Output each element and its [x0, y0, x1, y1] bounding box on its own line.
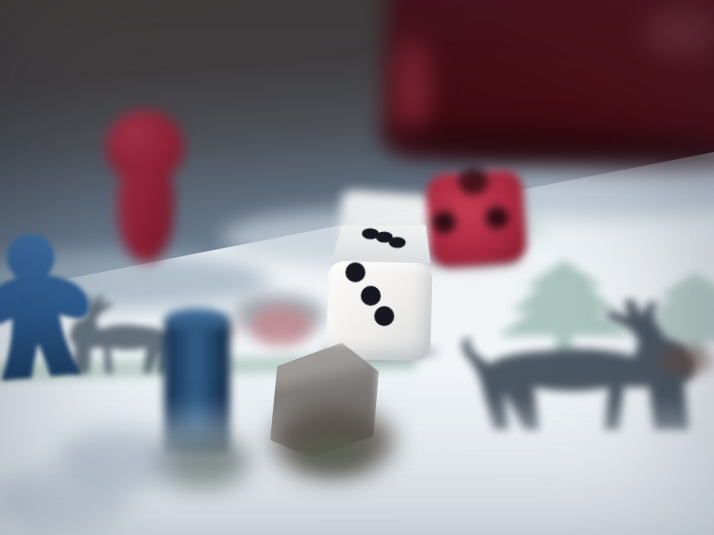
game-box-highlight	[394, 36, 430, 142]
die-pip	[432, 211, 456, 235]
red-board-art	[250, 306, 312, 346]
elk-head-tint	[658, 346, 712, 376]
die-pip	[360, 286, 381, 307]
blue-meeple-piece	[0, 229, 100, 385]
pawn-body	[118, 166, 174, 262]
photo-scene	[0, 0, 714, 535]
red-die	[425, 169, 528, 269]
cube-shadow	[296, 438, 368, 472]
white-die	[324, 219, 436, 358]
die-pip	[485, 205, 509, 229]
red-die-pips	[425, 169, 528, 269]
game-box-highlight	[644, 6, 714, 58]
red-pawn-piece	[94, 106, 194, 262]
die-pip	[389, 237, 406, 248]
die-pip	[374, 306, 395, 327]
die-pip	[345, 262, 366, 283]
cylinder-top	[164, 308, 230, 332]
